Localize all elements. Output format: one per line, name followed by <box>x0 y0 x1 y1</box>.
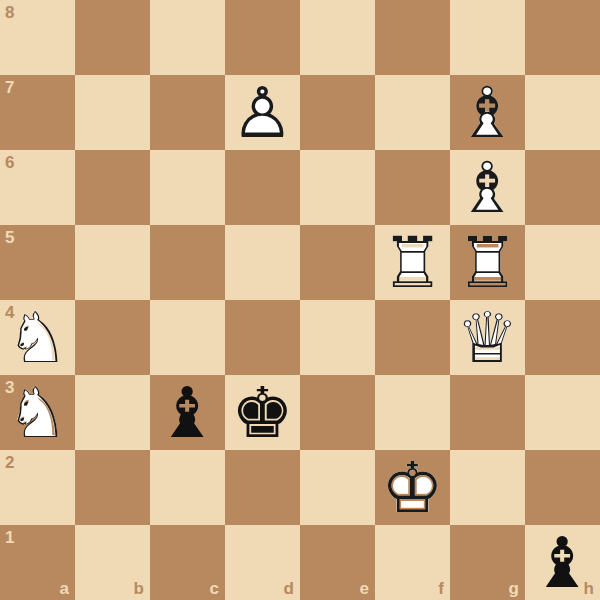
square-f5[interactable]: ♜♖ <box>375 225 450 300</box>
square-e6[interactable] <box>300 150 375 225</box>
square-b8[interactable] <box>75 0 150 75</box>
square-b1[interactable]: b <box>75 525 150 600</box>
square-d3[interactable]: ♚ <box>225 375 300 450</box>
square-c8[interactable] <box>150 0 225 75</box>
white-queen[interactable]: ♛♕ <box>450 300 525 375</box>
square-h5[interactable] <box>525 225 600 300</box>
square-g7[interactable]: ♝♗ <box>450 75 525 150</box>
square-f1[interactable]: f <box>375 525 450 600</box>
square-f4[interactable] <box>375 300 450 375</box>
square-d5[interactable] <box>225 225 300 300</box>
file-label-a: a <box>60 580 69 597</box>
rank-label-5: 5 <box>5 229 14 246</box>
square-c6[interactable] <box>150 150 225 225</box>
square-a6[interactable]: 6 <box>0 150 75 225</box>
file-label-d: d <box>284 580 294 597</box>
square-h3[interactable] <box>525 375 600 450</box>
black-piece-glyph: ♝ <box>525 525 600 600</box>
white-piece-outline-glyph: ♔ <box>375 450 450 525</box>
file-label-c: c <box>210 580 219 597</box>
square-c1[interactable]: c <box>150 525 225 600</box>
square-g2[interactable] <box>450 450 525 525</box>
black-bishop[interactable]: ♝ <box>525 525 600 600</box>
white-knight[interactable]: ♞♘ <box>0 300 75 375</box>
square-f2[interactable]: ♚♔ <box>375 450 450 525</box>
white-knight[interactable]: ♞♘ <box>0 375 75 450</box>
square-a2[interactable]: 2 <box>0 450 75 525</box>
file-label-b: b <box>134 580 144 597</box>
square-a8[interactable]: 8 <box>0 0 75 75</box>
black-bishop[interactable]: ♝ <box>150 375 225 450</box>
rank-label-2: 2 <box>5 454 14 471</box>
square-h1[interactable]: h♝ <box>525 525 600 600</box>
white-piece-outline-glyph: ♖ <box>375 225 450 300</box>
black-piece-glyph: ♚ <box>225 375 300 450</box>
square-a7[interactable]: 7 <box>0 75 75 150</box>
square-f6[interactable] <box>375 150 450 225</box>
square-b6[interactable] <box>75 150 150 225</box>
square-f8[interactable] <box>375 0 450 75</box>
square-e2[interactable] <box>300 450 375 525</box>
square-h8[interactable] <box>525 0 600 75</box>
square-h6[interactable] <box>525 150 600 225</box>
square-d2[interactable] <box>225 450 300 525</box>
square-c3[interactable]: ♝ <box>150 375 225 450</box>
square-e8[interactable] <box>300 0 375 75</box>
square-g6[interactable]: ♝♗ <box>450 150 525 225</box>
square-c2[interactable] <box>150 450 225 525</box>
square-a1[interactable]: 1a <box>0 525 75 600</box>
white-piece-outline-glyph: ♖ <box>450 225 525 300</box>
square-h2[interactable] <box>525 450 600 525</box>
square-h7[interactable] <box>525 75 600 150</box>
file-label-f: f <box>438 580 444 597</box>
square-e5[interactable] <box>300 225 375 300</box>
square-b5[interactable] <box>75 225 150 300</box>
square-e7[interactable] <box>300 75 375 150</box>
white-rook[interactable]: ♜♖ <box>450 225 525 300</box>
square-a3[interactable]: 3♞♘ <box>0 375 75 450</box>
black-king[interactable]: ♚ <box>225 375 300 450</box>
square-b2[interactable] <box>75 450 150 525</box>
square-d1[interactable]: d <box>225 525 300 600</box>
square-b3[interactable] <box>75 375 150 450</box>
square-d4[interactable] <box>225 300 300 375</box>
square-f3[interactable] <box>375 375 450 450</box>
square-e1[interactable]: e <box>300 525 375 600</box>
square-h4[interactable] <box>525 300 600 375</box>
square-d8[interactable] <box>225 0 300 75</box>
file-label-g: g <box>509 580 519 597</box>
square-a5[interactable]: 5 <box>0 225 75 300</box>
square-c7[interactable] <box>150 75 225 150</box>
white-pawn[interactable]: ♟♙ <box>225 75 300 150</box>
rank-label-6: 6 <box>5 154 14 171</box>
white-king[interactable]: ♚♔ <box>375 450 450 525</box>
white-piece-outline-glyph: ♗ <box>450 150 525 225</box>
chess-board: 87♟♙♝♗6♝♗5♜♖♜♖4♞♘♛♕3♞♘♝♚2♚♔1abcdefgh♝ <box>0 0 600 600</box>
square-g1[interactable]: g <box>450 525 525 600</box>
white-rook[interactable]: ♜♖ <box>375 225 450 300</box>
white-bishop[interactable]: ♝♗ <box>450 150 525 225</box>
square-c4[interactable] <box>150 300 225 375</box>
white-piece-outline-glyph: ♘ <box>0 300 75 375</box>
square-g4[interactable]: ♛♕ <box>450 300 525 375</box>
square-e4[interactable] <box>300 300 375 375</box>
square-g8[interactable] <box>450 0 525 75</box>
white-piece-outline-glyph: ♗ <box>450 75 525 150</box>
square-g3[interactable] <box>450 375 525 450</box>
rank-label-1: 1 <box>5 529 14 546</box>
square-c5[interactable] <box>150 225 225 300</box>
rank-label-7: 7 <box>5 79 14 96</box>
white-piece-outline-glyph: ♙ <box>225 75 300 150</box>
square-e3[interactable] <box>300 375 375 450</box>
square-g5[interactable]: ♜♖ <box>450 225 525 300</box>
square-b7[interactable] <box>75 75 150 150</box>
square-a4[interactable]: 4♞♘ <box>0 300 75 375</box>
white-piece-outline-glyph: ♘ <box>0 375 75 450</box>
file-label-e: e <box>360 580 369 597</box>
square-f7[interactable] <box>375 75 450 150</box>
rank-label-8: 8 <box>5 4 14 21</box>
white-bishop[interactable]: ♝♗ <box>450 75 525 150</box>
square-d6[interactable] <box>225 150 300 225</box>
square-d7[interactable]: ♟♙ <box>225 75 300 150</box>
white-piece-outline-glyph: ♕ <box>450 300 525 375</box>
black-piece-glyph: ♝ <box>150 375 225 450</box>
square-b4[interactable] <box>75 300 150 375</box>
